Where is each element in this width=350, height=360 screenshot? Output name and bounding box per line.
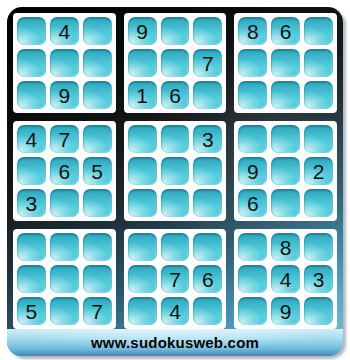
cell-r7c7[interactable] <box>238 233 267 261</box>
cell-r5c4[interactable] <box>128 157 157 185</box>
cell-r1c7[interactable]: 8 <box>238 17 267 45</box>
cell-r6c5[interactable] <box>161 189 190 217</box>
cell-r3c2[interactable]: 9 <box>50 81 79 109</box>
cell-r7c8[interactable]: 8 <box>271 233 300 261</box>
cell-r8c6[interactable]: 6 <box>193 265 222 293</box>
cell-r8c9[interactable]: 3 <box>304 265 333 293</box>
cell-r7c6[interactable] <box>193 233 222 261</box>
cell-r8c8[interactable]: 4 <box>271 265 300 293</box>
cell-r9c7[interactable] <box>238 297 267 325</box>
cell-r1c2[interactable]: 4 <box>50 17 79 45</box>
cell-r1c5[interactable] <box>161 17 190 45</box>
cell-r7c4[interactable] <box>128 233 157 261</box>
cell-r2c4[interactable] <box>128 49 157 77</box>
cell-r5c6[interactable] <box>193 157 222 185</box>
cell-r9c3[interactable]: 7 <box>83 297 112 325</box>
cell-r8c7[interactable] <box>238 265 267 293</box>
cell-r3c3[interactable] <box>83 81 112 109</box>
cell-r4c8[interactable] <box>271 125 300 153</box>
box-7: 57 <box>13 229 116 329</box>
box-1: 49 <box>13 13 116 113</box>
cell-r1c9[interactable] <box>304 17 333 45</box>
cell-r3c6[interactable] <box>193 81 222 109</box>
cell-r4c2[interactable]: 7 <box>50 125 79 153</box>
cell-r5c7[interactable]: 9 <box>238 157 267 185</box>
cell-r8c4[interactable] <box>128 265 157 293</box>
cell-r5c5[interactable] <box>161 157 190 185</box>
cell-r7c9[interactable] <box>304 233 333 261</box>
cell-r4c5[interactable] <box>161 125 190 153</box>
cell-r4c7[interactable] <box>238 125 267 153</box>
site-url[interactable]: www.sudokusweb.com <box>91 334 259 351</box>
cell-r4c6[interactable]: 3 <box>193 125 222 153</box>
sudoku-board: 49971686476533926577648439 <box>13 13 337 329</box>
cell-r6c8[interactable] <box>271 189 300 217</box>
cell-r7c1[interactable] <box>17 233 46 261</box>
cell-r1c3[interactable] <box>83 17 112 45</box>
box-4: 47653 <box>13 121 116 221</box>
cell-r4c4[interactable] <box>128 125 157 153</box>
cell-r5c3[interactable]: 5 <box>83 157 112 185</box>
cell-r7c2[interactable] <box>50 233 79 261</box>
cell-r3c1[interactable] <box>17 81 46 109</box>
box-2: 9716 <box>124 13 227 113</box>
cell-r9c2[interactable] <box>50 297 79 325</box>
cell-r2c2[interactable] <box>50 49 79 77</box>
cell-r2c7[interactable] <box>238 49 267 77</box>
box-3: 86 <box>234 13 337 113</box>
cell-r6c6[interactable] <box>193 189 222 217</box>
cell-r8c5[interactable]: 7 <box>161 265 190 293</box>
cell-r5c8[interactable] <box>271 157 300 185</box>
cell-r4c3[interactable] <box>83 125 112 153</box>
cell-r1c4[interactable]: 9 <box>128 17 157 45</box>
cell-r2c1[interactable] <box>17 49 46 77</box>
cell-r7c3[interactable] <box>83 233 112 261</box>
cell-r3c5[interactable]: 6 <box>161 81 190 109</box>
footer-bar: www.sudokusweb.com <box>7 329 343 356</box>
box-8: 764 <box>124 229 227 329</box>
cell-r3c9[interactable] <box>304 81 333 109</box>
cell-r6c1[interactable]: 3 <box>17 189 46 217</box>
cell-r6c4[interactable] <box>128 189 157 217</box>
cell-r1c1[interactable] <box>17 17 46 45</box>
cell-r5c2[interactable]: 6 <box>50 157 79 185</box>
cell-r8c2[interactable] <box>50 265 79 293</box>
cell-r6c3[interactable] <box>83 189 112 217</box>
cell-r2c6[interactable]: 7 <box>193 49 222 77</box>
box-9: 8439 <box>234 229 337 329</box>
cell-r6c7[interactable]: 6 <box>238 189 267 217</box>
cell-r9c1[interactable]: 5 <box>17 297 46 325</box>
cell-r3c7[interactable] <box>238 81 267 109</box>
cell-r9c9[interactable] <box>304 297 333 325</box>
cell-r6c2[interactable] <box>50 189 79 217</box>
cell-r9c5[interactable]: 4 <box>161 297 190 325</box>
cell-r9c4[interactable] <box>128 297 157 325</box>
cell-r6c9[interactable] <box>304 189 333 217</box>
cell-r8c1[interactable] <box>17 265 46 293</box>
cell-r7c5[interactable] <box>161 233 190 261</box>
board-frame: 49971686476533926577648439 www.sudokuswe… <box>7 7 343 356</box>
cell-r8c3[interactable] <box>83 265 112 293</box>
cell-r2c8[interactable] <box>271 49 300 77</box>
cell-r1c8[interactable]: 6 <box>271 17 300 45</box>
cell-r3c4[interactable]: 1 <box>128 81 157 109</box>
cell-r4c1[interactable]: 4 <box>17 125 46 153</box>
box-6: 926 <box>234 121 337 221</box>
cell-r9c8[interactable]: 9 <box>271 297 300 325</box>
cell-r2c9[interactable] <box>304 49 333 77</box>
cell-r2c5[interactable] <box>161 49 190 77</box>
cell-r4c9[interactable] <box>304 125 333 153</box>
cell-r5c1[interactable] <box>17 157 46 185</box>
cell-r5c9[interactable]: 2 <box>304 157 333 185</box>
box-5: 3 <box>124 121 227 221</box>
cell-r1c6[interactable] <box>193 17 222 45</box>
cell-r2c3[interactable] <box>83 49 112 77</box>
cell-r9c6[interactable] <box>193 297 222 325</box>
cell-r3c8[interactable] <box>271 81 300 109</box>
